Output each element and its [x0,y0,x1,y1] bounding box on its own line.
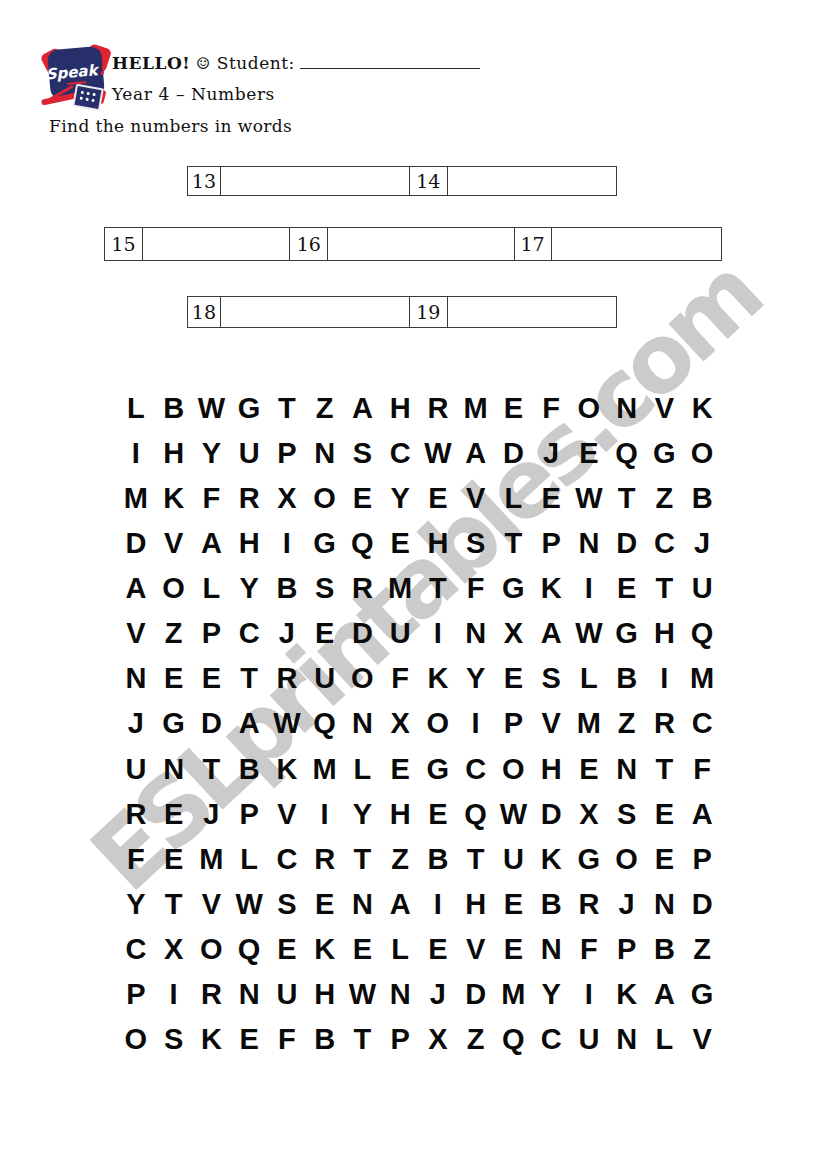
logo-brand-text: Speak! [45,60,107,82]
answer-blank-cell [552,228,721,260]
grid-cell: A [344,386,382,431]
grid-cell: T [457,837,495,882]
grid-cell: M [306,747,344,792]
grid-cell: H [419,521,457,566]
grid-cell: W [419,431,457,476]
grid-cell: X [381,701,419,746]
grid-cell: Q [683,611,721,656]
grid-cell: S [608,792,646,837]
grid-cell: J [683,521,721,566]
grid-cell: N [608,386,646,431]
grid-cell: H [155,431,193,476]
grid-cell: P [193,611,231,656]
grid-cell: D [683,882,721,927]
answer-number-cell: 16 [290,228,328,260]
grid-cell: R [117,792,155,837]
answer-number-cell: 17 [515,228,552,260]
grid-cell: E [646,837,684,882]
grid-cell: X [570,792,608,837]
grid-cell: H [230,521,268,566]
answer-blank-cell [221,297,410,327]
grid-cell: G [608,611,646,656]
grid-cell: E [306,882,344,927]
grid-cell: E [646,792,684,837]
grid-cell: E [570,747,608,792]
grid-cell: E [570,431,608,476]
grid-cell: R [344,566,382,611]
grid-cell: B [608,656,646,701]
grid-cell: B [683,476,721,521]
grid-cell: G [419,747,457,792]
grid-cell: J [193,792,231,837]
grid-cell: E [419,927,457,972]
grid-cell: R [646,701,684,746]
grid-cell: U [570,1017,608,1062]
domino-icon [72,84,104,112]
grid-cell: F [268,1017,306,1062]
grid-cell: O [344,656,382,701]
grid-cell: M [117,476,155,521]
grid-cell: A [230,701,268,746]
grid-cell: Y [381,476,419,521]
grid-cell: D [344,611,382,656]
grid-cell: U [268,972,306,1017]
grid-cell: M [570,701,608,746]
grid-cell: K [532,566,570,611]
grid-cell: D [532,792,570,837]
grid-cell: B [419,837,457,882]
grid-cell: L [117,386,155,431]
grid-cell: E [495,927,533,972]
grid-cell: Z [608,701,646,746]
answer-blank-cell [143,228,291,260]
grid-cell: E [230,1017,268,1062]
grid-cell: V [268,792,306,837]
grid-cell: U [495,837,533,882]
grid-cell: K [306,927,344,972]
grid-cell: I [117,431,155,476]
grid-cell: Y [457,656,495,701]
grid-cell: J [419,972,457,1017]
grid-cell: F [457,566,495,611]
grid-cell: M [683,656,721,701]
answer-blank-cell [448,297,616,327]
grid-cell: T [344,1017,382,1062]
answer-number-cell: 19 [410,297,448,327]
grid-cell: C [457,747,495,792]
grid-cell: I [419,611,457,656]
grid-cell: Q [344,521,382,566]
grid-cell: N [646,882,684,927]
grid-cell: I [268,521,306,566]
course-title: Year 4 – Numbers [112,84,275,104]
instruction-text: Find the numbers in words [49,116,292,136]
grid-cell: P [268,431,306,476]
grid-cell: R [306,837,344,882]
grid-cell: M [381,566,419,611]
grid-cell: A [646,972,684,1017]
grid-cell: K [193,1017,231,1062]
grid-cell: V [117,611,155,656]
smiley-icon: ☺ [196,54,211,73]
grid-cell: N [230,972,268,1017]
grid-cell: I [419,882,457,927]
grid-cell: N [344,701,382,746]
grid-cell: D [457,972,495,1017]
answer-row-13-14: 1314 [187,166,617,196]
grid-cell: S [457,521,495,566]
grid-cell: G [306,521,344,566]
grid-cell: F [532,386,570,431]
answer-number-cell: 15 [105,228,143,260]
grid-cell: E [344,927,382,972]
grid-cell: P [230,792,268,837]
grid-cell: Z [683,927,721,972]
grid-cell: U [381,611,419,656]
grid-cell: W [193,386,231,431]
grid-cell: P [381,1017,419,1062]
answer-number-cell: 13 [188,167,221,195]
grid-cell: A [532,611,570,656]
grid-cell: K [268,747,306,792]
grid-cell: G [683,972,721,1017]
grid-cell: X [495,611,533,656]
grid-cell: K [532,837,570,882]
grid-cell: U [117,747,155,792]
grid-cell: A [683,792,721,837]
grid-cell: Z [646,476,684,521]
grid-cell: R [419,386,457,431]
grid-cell: T [419,566,457,611]
grid-cell: B [532,882,570,927]
grid-cell: C [683,701,721,746]
grid-cell: N [570,521,608,566]
grid-cell: H [646,611,684,656]
grid-cell: Z [381,837,419,882]
grid-cell: T [646,566,684,611]
grid-cell: O [306,476,344,521]
grid-cell: W [570,476,608,521]
grid-cell: G [646,431,684,476]
grid-cell: P [117,972,155,1017]
grid-cell: D [608,521,646,566]
grid-cell: H [306,972,344,1017]
grid-cell: G [230,386,268,431]
grid-cell: T [495,521,533,566]
grid-cell: V [193,882,231,927]
grid-cell: V [683,1017,721,1062]
grid-cell: K [155,476,193,521]
grid-cell: T [344,837,382,882]
grid-cell: P [683,837,721,882]
grid-cell: D [193,701,231,746]
grid-cell: S [344,431,382,476]
answer-row-18-19: 1819 [187,296,617,328]
grid-cell: X [155,927,193,972]
grid-cell: T [646,747,684,792]
grid-cell: N [344,882,382,927]
grid-cell: H [381,792,419,837]
grid-cell: Y [532,972,570,1017]
grid-cell: B [155,386,193,431]
grid-cell: C [117,927,155,972]
grid-cell: N [608,1017,646,1062]
grid-cell: S [155,1017,193,1062]
grid-cell: I [570,566,608,611]
grid-cell: L [381,927,419,972]
grid-cell: F [193,476,231,521]
grid-cell: O [608,837,646,882]
speak-logo: Speak! [47,47,111,109]
grid-cell: I [155,972,193,1017]
grid-cell: A [381,882,419,927]
word-search-grid: LBWGTZAHRMEFONVKIHYUPNSCWADJEQGOMKFRXOEY… [117,386,721,1062]
grid-cell: P [608,927,646,972]
grid-cell: W [230,882,268,927]
grid-cell: E [495,656,533,701]
grid-cell: B [646,927,684,972]
grid-cell: J [117,701,155,746]
grid-cell: N [457,611,495,656]
grid-cell: E [381,521,419,566]
grid-cell: E [268,927,306,972]
grid-cell: A [117,566,155,611]
grid-cell: E [381,747,419,792]
grid-cell: A [457,431,495,476]
grid-cell: B [230,747,268,792]
answer-number-cell: 18 [188,297,221,327]
grid-cell: T [230,656,268,701]
hello-text: HELLO! [112,53,190,73]
grid-cell: J [532,431,570,476]
grid-cell: Y [230,566,268,611]
grid-cell: L [344,747,382,792]
grid-cell: E [495,386,533,431]
grid-cell: V [532,701,570,746]
grid-cell: Y [344,792,382,837]
grid-cell: K [419,656,457,701]
grid-cell: E [495,882,533,927]
grid-cell: U [306,656,344,701]
grid-cell: E [419,476,457,521]
grid-cell: B [268,566,306,611]
grid-cell: N [608,747,646,792]
grid-cell: Q [230,927,268,972]
grid-cell: W [268,701,306,746]
answer-number-cell: 14 [410,167,448,195]
grid-cell: C [268,837,306,882]
grid-cell: C [532,1017,570,1062]
grid-cell: Q [608,431,646,476]
worksheet-page: ESLprintables.com Speak! HELLO! ☺ Studen… [0,0,821,1161]
grid-cell: I [457,701,495,746]
grid-cell: S [306,566,344,611]
grid-cell: V [646,386,684,431]
grid-cell: K [608,972,646,1017]
grid-cell: X [268,476,306,521]
grid-cell: N [306,431,344,476]
grid-cell: H [457,882,495,927]
hello-line: HELLO! ☺ Student: [112,53,480,73]
grid-cell: C [381,431,419,476]
grid-cell: Z [155,611,193,656]
grid-cell: J [268,611,306,656]
logo-exclaim: ! [96,56,107,79]
grid-cell: Y [117,882,155,927]
grid-cell: R [570,882,608,927]
grid-cell: O [193,927,231,972]
grid-cell: V [457,476,495,521]
grid-cell: Q [457,792,495,837]
grid-cell: E [155,837,193,882]
grid-cell: O [570,386,608,431]
grid-cell: J [608,882,646,927]
grid-cell: F [683,747,721,792]
grid-cell: X [419,1017,457,1062]
grid-cell: L [495,476,533,521]
grid-cell: E [608,566,646,611]
grid-cell: N [117,656,155,701]
grid-cell: Y [193,431,231,476]
grid-cell: O [117,1017,155,1062]
grid-cell: R [230,476,268,521]
grid-cell: I [646,656,684,701]
grid-cell: L [230,837,268,882]
grid-cell: T [193,747,231,792]
grid-cell: E [155,656,193,701]
grid-cell: G [155,701,193,746]
grid-cell: S [268,882,306,927]
grid-cell: O [683,431,721,476]
grid-cell: T [608,476,646,521]
grid-cell: G [570,837,608,882]
grid-cell: R [268,656,306,701]
answer-row-15-16-17: 151617 [104,227,722,261]
grid-cell: M [193,837,231,882]
grid-cell: O [495,747,533,792]
grid-cell: K [683,386,721,431]
grid-cell: O [419,701,457,746]
grid-cell: M [457,386,495,431]
grid-cell: H [381,386,419,431]
grid-cell: H [532,747,570,792]
grid-cell: P [495,701,533,746]
grid-cell: S [532,656,570,701]
grid-cell: N [155,747,193,792]
grid-cell: W [344,972,382,1017]
grid-cell: C [646,521,684,566]
grid-cell: L [646,1017,684,1062]
grid-cell: E [532,476,570,521]
grid-cell: U [230,431,268,476]
grid-cell: Q [495,1017,533,1062]
grid-cell: T [155,882,193,927]
answer-blank-cell [448,167,616,195]
grid-cell: G [495,566,533,611]
grid-cell: R [193,972,231,1017]
grid-cell: E [419,792,457,837]
grid-cell: D [495,431,533,476]
grid-cell: I [306,792,344,837]
grid-cell: L [570,656,608,701]
grid-cell: A [193,521,231,566]
grid-cell: V [457,927,495,972]
grid-cell: C [230,611,268,656]
grid-cell: I [570,972,608,1017]
grid-cell: N [381,972,419,1017]
grid-cell: V [155,521,193,566]
grid-cell: P [532,521,570,566]
grid-cell: F [381,656,419,701]
grid-cell: N [532,927,570,972]
grid-cell: E [193,656,231,701]
grid-cell: L [193,566,231,611]
grid-cell: Z [457,1017,495,1062]
answer-blank-cell [328,228,514,260]
grid-cell: D [117,521,155,566]
grid-cell: U [683,566,721,611]
grid-cell: E [344,476,382,521]
grid-cell: Q [306,701,344,746]
grid-cell: W [570,611,608,656]
grid-cell: B [306,1017,344,1062]
student-name-line [300,55,480,69]
grid-cell: E [155,792,193,837]
grid-cell: O [155,566,193,611]
grid-cell: F [117,837,155,882]
answer-blank-cell [221,167,410,195]
grid-cell: E [306,611,344,656]
grid-cell: M [495,972,533,1017]
grid-cell: W [495,792,533,837]
grid-cell: F [570,927,608,972]
student-label: Student: [217,53,295,73]
grid-cell: T [268,386,306,431]
grid-cell: Z [306,386,344,431]
